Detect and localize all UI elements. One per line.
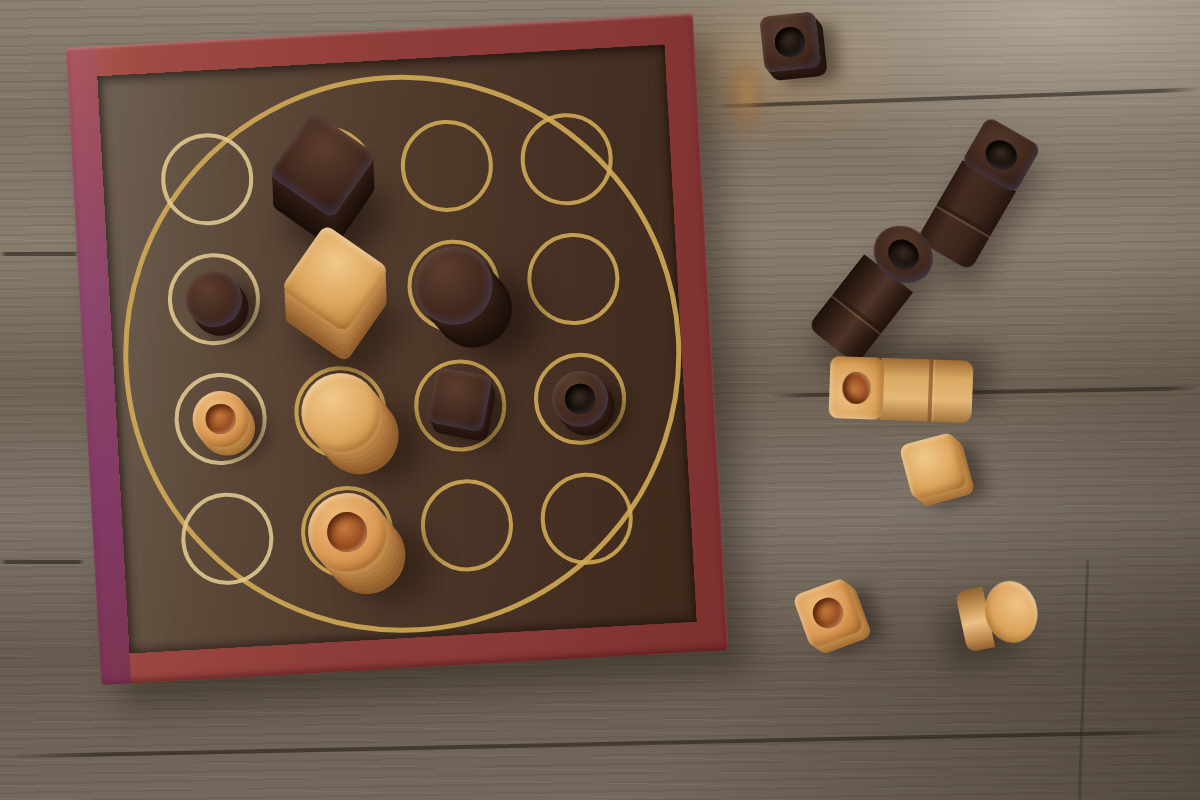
- piece-end-face: [828, 356, 884, 420]
- piece-top-face: [191, 389, 250, 448]
- board-cell-r0c1[interactable]: [264, 109, 391, 236]
- piece-hole: [326, 511, 369, 554]
- piece-dark-short-round-hollow[interactable]: [551, 369, 610, 428]
- board-frame: [66, 13, 729, 685]
- board-cell-r1c3[interactable]: [510, 216, 637, 343]
- board-cell-r3c1[interactable]: [284, 469, 411, 596]
- piece-top-face: [184, 270, 243, 329]
- piece-light-short-square-hollow[interactable]: [792, 577, 864, 649]
- cell-gold-circle: [518, 111, 615, 208]
- board-cell-r0c2[interactable]: [384, 103, 511, 230]
- piece-top-face: [551, 369, 610, 428]
- plank-seam: [715, 88, 1200, 109]
- piece-hole: [809, 594, 846, 631]
- board-cell-r1c0[interactable]: [151, 236, 278, 363]
- wood-grain-crack: [1078, 560, 1089, 800]
- piece-light-tall-square-hollow[interactable]: [828, 356, 973, 423]
- cell-gold-circle: [159, 131, 256, 228]
- piece-hole: [565, 384, 596, 415]
- piece-hole: [774, 26, 806, 58]
- piece-dark-short-round-solid[interactable]: [184, 270, 243, 329]
- piece-hole: [842, 371, 871, 404]
- board-cell-r3c3[interactable]: [524, 455, 651, 582]
- plank-seam: [0, 252, 80, 256]
- board-cell-r0c0[interactable]: [144, 116, 271, 243]
- quarto-board: [66, 13, 729, 685]
- piece-dark-tall-round-hollow[interactable]: [808, 214, 945, 365]
- cell-gold-circle: [179, 490, 276, 587]
- piece-top-face: [759, 11, 821, 73]
- piece-top-face: [899, 432, 968, 501]
- piece-top-face: [427, 367, 493, 433]
- piece-hole: [205, 404, 236, 435]
- piece-top-face: [792, 577, 864, 649]
- plank-seam: [0, 729, 1200, 758]
- cell-gold-circle: [398, 117, 495, 214]
- piece-hole: [980, 135, 1022, 175]
- piece-top-face: [412, 245, 494, 327]
- table-top: [0, 0, 1200, 800]
- wood-knot: [722, 52, 770, 138]
- piece-light-short-round-solid[interactable]: [955, 576, 1043, 653]
- piece-light-short-round-hollow[interactable]: [191, 389, 250, 448]
- cell-gold-circle: [525, 231, 622, 328]
- board-cell-r3c2[interactable]: [404, 462, 531, 589]
- plank-seam: [0, 560, 85, 564]
- cell-gold-circle: [418, 477, 515, 574]
- board-cell-r1c2[interactable]: [390, 222, 517, 349]
- board-grid: [144, 96, 650, 602]
- cell-gold-circle: [538, 470, 635, 567]
- piece-light-tall-round-solid[interactable]: [299, 371, 381, 453]
- board-cell-r1c1[interactable]: [270, 229, 397, 356]
- piece-light-short-square-solid[interactable]: [899, 432, 968, 501]
- board-cell-r2c1[interactable]: [277, 349, 404, 476]
- piece-dark-short-square-hollow[interactable]: [759, 11, 821, 73]
- board-cell-r2c0[interactable]: [157, 356, 284, 483]
- piece-dark-tall-round-solid[interactable]: [412, 245, 494, 327]
- board-cell-r2c3[interactable]: [517, 336, 644, 463]
- piece-top-face: [306, 491, 388, 573]
- piece-top-face: [299, 371, 381, 453]
- board-cell-r0c3[interactable]: [503, 96, 630, 223]
- board-cell-r3c0[interactable]: [164, 476, 291, 603]
- piece-hole: [882, 233, 925, 275]
- piece-side-body: [879, 358, 973, 423]
- board-cell-r2c2[interactable]: [397, 342, 524, 469]
- board-surface: [97, 45, 696, 654]
- piece-light-tall-round-hollow[interactable]: [306, 491, 388, 573]
- piece-dark-short-square-solid[interactable]: [427, 367, 493, 433]
